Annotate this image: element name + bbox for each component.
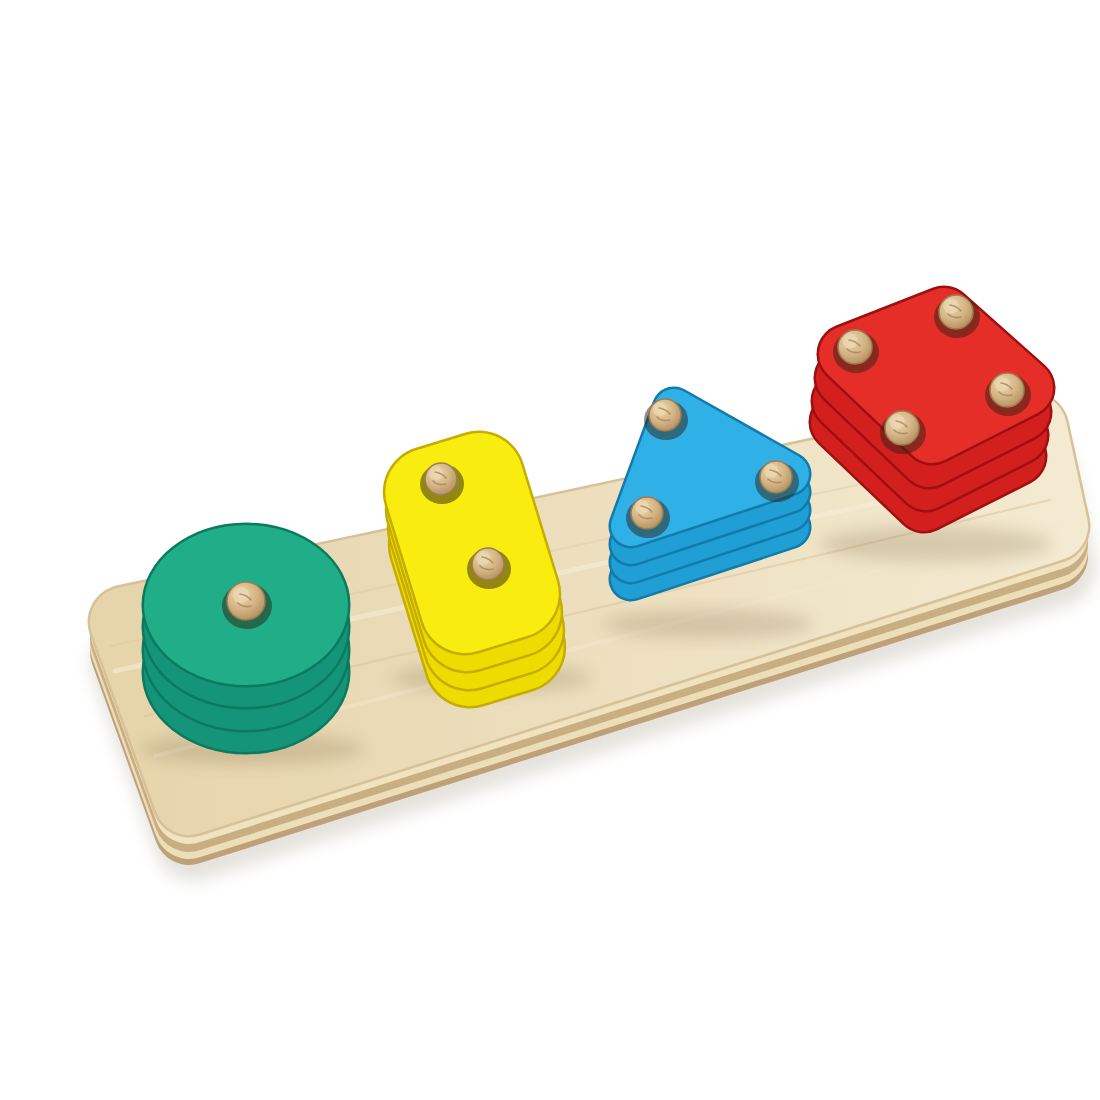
peg-highlight (232, 586, 249, 603)
toy-illustration (40, 16, 1100, 1100)
product-photo-shape-sorter-toy (40, 16, 1100, 1100)
peg-top (939, 295, 973, 329)
scene-root (110, 295, 1065, 842)
stack-shadow (603, 609, 813, 639)
peg-top (838, 330, 872, 364)
peg-top (631, 497, 663, 529)
peg-top (885, 411, 919, 445)
peg-top (649, 399, 681, 431)
peg-top (472, 548, 504, 580)
peg-highlight (994, 376, 1009, 391)
peg-highlight (943, 298, 958, 313)
peg-highlight (842, 333, 857, 348)
peg-top (990, 373, 1024, 407)
peg-top (425, 463, 457, 495)
peg-top (760, 461, 792, 493)
peg-highlight (889, 414, 904, 429)
